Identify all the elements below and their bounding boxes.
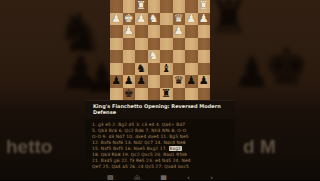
white-knight[interactable]: ♞	[148, 13, 161, 26]
white-rook[interactable]: ♜	[135, 0, 148, 13]
move-text: 5. Qb3 Bc6 6. Qc2 Bd6 7. Nh3 Nf6 8. O-O	[92, 128, 186, 133]
board-square[interactable]	[135, 38, 148, 51]
board-square[interactable]	[148, 63, 161, 76]
board-square[interactable]	[135, 88, 148, 101]
board-square[interactable]: ♜	[135, 0, 148, 13]
chess-board[interactable]: ♜♜♟♚♟♞♛♟♟♟♟♞♞♝♟♟♟♛♟♟♚♜	[110, 0, 210, 100]
move-list[interactable]: 1. g3 e5 2. Bg2 d5 3. c3 e4 4. Qa4+ Bd7 …	[85, 119, 235, 172]
board-square[interactable]	[160, 50, 173, 63]
board-square[interactable]	[110, 0, 123, 13]
white-pawn[interactable]: ♟	[110, 13, 123, 26]
board-square[interactable]: ♟	[198, 13, 211, 26]
forward-icon[interactable]: ›	[210, 173, 213, 181]
board-square[interactable]: ♟	[123, 25, 136, 38]
board-square[interactable]	[185, 38, 198, 51]
board-square[interactable]	[198, 25, 211, 38]
opening-title-bar: King's Fianchetto Opening: Reversed Mode…	[85, 100, 235, 119]
board-square[interactable]	[148, 75, 161, 88]
white-knight[interactable]: ♞	[148, 50, 161, 63]
board-square[interactable]	[148, 0, 161, 13]
move-text: 1. g3 e5 2. Bg2 d5 3. c3 e4 4. Qa4+ Bd7	[92, 122, 185, 127]
flip-board-icon[interactable]: ▦	[160, 173, 167, 181]
board-square[interactable]: ♟	[198, 75, 211, 88]
board-square[interactable]	[110, 38, 123, 51]
board-square[interactable]	[160, 13, 173, 26]
move-text: 21. Bxd5 g6 22. f3 Re5 23. e4 Nd5 24. Ne…	[92, 158, 191, 163]
board-square[interactable]	[110, 88, 123, 101]
board-square[interactable]: ♟	[173, 25, 186, 38]
move-text: O-O 9. d3 Nd7 10. dxe4 dxe4 11. Bg5 Ne5	[92, 134, 189, 139]
board-square[interactable]: ♟	[185, 75, 198, 88]
board-square[interactable]	[135, 50, 148, 63]
engine-icon[interactable]: ◎	[134, 173, 140, 181]
move-text: 18. Qb3 Rb8 19. Qc2 Qxc5 20. Rad1 Rfd8	[92, 152, 187, 157]
black-pawn[interactable]: ♟	[198, 75, 211, 88]
board-square[interactable]	[160, 38, 173, 51]
board-square[interactable]: ♟	[123, 75, 136, 88]
board-square[interactable]: ♟	[110, 75, 123, 88]
board-square[interactable]: ♟	[110, 13, 123, 26]
board-square[interactable]	[173, 38, 186, 51]
black-pawn[interactable]: ♟	[110, 75, 123, 88]
black-king[interactable]: ♚	[123, 88, 136, 101]
white-pawn[interactable]: ♟	[198, 13, 211, 26]
board-square[interactable]: ♜	[160, 88, 173, 101]
board-square[interactable]	[185, 88, 198, 101]
board-square[interactable]	[185, 50, 198, 63]
board-square[interactable]	[148, 88, 161, 101]
current-move[interactable]: Kxg2	[169, 146, 182, 151]
white-pawn[interactable]: ♟	[123, 25, 136, 38]
board-square[interactable]: ♟	[185, 13, 198, 26]
menu-board-icon[interactable]: ▤	[107, 173, 114, 181]
white-pawn[interactable]: ♟	[173, 25, 186, 38]
rook-silhouette-icon: ♜	[208, 0, 249, 40]
board-square[interactable]: ♝	[160, 63, 173, 76]
move-text: 15. Nxf5 Bxf5 16. Nxe5 Bxg2 17.	[92, 146, 169, 151]
board-square[interactable]	[148, 25, 161, 38]
board-square[interactable]	[110, 25, 123, 38]
black-pawn[interactable]: ♟	[185, 75, 198, 88]
board-square[interactable]	[160, 0, 173, 13]
board-square[interactable]	[185, 25, 198, 38]
king-silhouette-icon: ♚	[264, 42, 309, 92]
opening-title-line2: Defense	[93, 109, 235, 115]
info-panel: King's Fianchetto Opening: Reversed Mode…	[85, 100, 235, 180]
blurred-title-fragment: hetto	[6, 136, 52, 158]
board-square[interactable]	[135, 25, 148, 38]
board-square[interactable]: ♟	[135, 13, 148, 26]
board-square[interactable]	[185, 0, 198, 13]
move-text: 12. Bxf6 Nxf6 13. Nd2 Qc7 14. Ndc4 Ne8	[92, 140, 186, 145]
black-pawn[interactable]: ♟	[123, 75, 136, 88]
board-square[interactable]	[123, 50, 136, 63]
board-square[interactable]	[173, 0, 186, 13]
white-rook[interactable]: ♜	[198, 0, 211, 13]
black-bishop[interactable]: ♝	[160, 63, 173, 76]
board-square[interactable]	[160, 75, 173, 88]
black-rook[interactable]: ♜	[160, 88, 173, 101]
white-pawn[interactable]: ♟	[135, 13, 148, 26]
board-square[interactable]: ♟	[135, 75, 148, 88]
board-square[interactable]: ♞	[148, 13, 161, 26]
move-row[interactable]: Qe7 25. Qa4 a5 26. c4 Qc5 27. Qxd4 bxc5	[92, 164, 235, 170]
board-square[interactable]	[198, 38, 211, 51]
board-square[interactable]	[198, 50, 211, 63]
board-square[interactable]	[123, 38, 136, 51]
back-icon[interactable]: ‹	[187, 173, 190, 181]
white-pawn[interactable]: ♟	[185, 13, 198, 26]
board-square[interactable]	[160, 25, 173, 38]
board-square[interactable]: ♛	[173, 75, 186, 88]
board-square[interactable]: ♚	[123, 88, 136, 101]
board-square[interactable]: ♞	[148, 50, 161, 63]
toolbar: ▤ ◎ ▦ ‹ ›	[85, 172, 235, 181]
black-pawn[interactable]: ♟	[135, 75, 148, 88]
board-square[interactable]	[173, 88, 186, 101]
move-text: Qe7 25. Qa4 a5 26. c4 Qc5 27. Qxd4 bxc5	[92, 164, 189, 169]
board-square[interactable]: ♜	[198, 0, 211, 13]
video-frame: ♞ ♟ ♟ ♜ ♟ ♚ hetto d M ♜♜♟♚♟♞♛♟♟♟♟♞♞♝♟♟♟♛…	[0, 0, 320, 180]
board-square[interactable]	[110, 50, 123, 63]
board-square[interactable]	[198, 88, 211, 101]
board-square[interactable]	[173, 50, 186, 63]
board-square[interactable]	[123, 0, 136, 13]
black-queen[interactable]: ♛	[173, 75, 186, 88]
blurred-title-fragment: d M	[243, 136, 276, 158]
